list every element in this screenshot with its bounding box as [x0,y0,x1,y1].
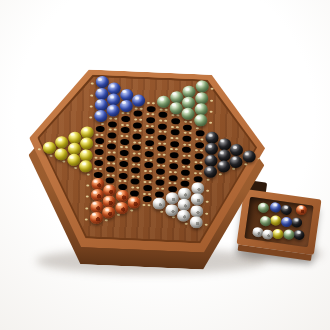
marble-red [90,189,104,202]
star-hole [106,166,115,172]
marble-blue [94,110,108,123]
marble-white [189,216,203,229]
star-hole [170,129,179,135]
star-hole [120,127,129,133]
star-hole [157,135,166,141]
star-hole [171,118,180,124]
star-hole [157,146,166,152]
board-rim [25,67,269,255]
marble-white [190,193,204,206]
marble-black [230,144,244,157]
star-hole [182,147,191,153]
star-hole [132,133,141,139]
star-hole [180,181,189,187]
star-hole [130,190,139,196]
star-hole [193,176,202,182]
star-hole [93,171,102,177]
marble-black [204,165,218,178]
marble-yellow [67,154,81,167]
star-hole [130,179,139,185]
star-hole [181,169,190,175]
marble-blue [119,100,133,113]
marble-yellow [79,160,93,173]
board-holes-layer [25,67,269,255]
marble-red [90,200,104,213]
marble-blue [106,105,120,118]
marble-yellow [55,136,69,149]
star-hole [182,136,191,142]
star-hole [121,116,130,122]
star-hole [156,157,165,163]
marble-white [177,210,191,223]
star-hole [158,112,167,118]
star-hole [106,155,115,161]
star-hole [195,142,204,148]
marble-red [102,206,116,219]
marble-white [165,192,179,205]
marble-blue [95,76,109,89]
star-hole [144,162,153,168]
star-hole [155,180,164,186]
star-hole [169,152,178,158]
star-hole [169,163,178,169]
star-hole [119,150,128,156]
star-hole [133,122,142,128]
star-hole [170,141,179,147]
star-hole [120,139,129,145]
star-hole [195,131,204,137]
marble-red [89,211,103,224]
star-hole [158,123,167,129]
marble-black [242,150,256,163]
star-hole [194,164,203,170]
star-hole [146,106,155,112]
marble-blue [132,94,146,107]
chinese-checkers-photo [0,0,330,330]
star-hole [181,158,190,164]
star-hole [131,156,140,162]
star-hole [108,121,117,127]
marble-white [190,204,204,217]
star-hole [146,117,155,123]
marble-green [181,108,195,121]
marble-green [169,102,183,115]
marble-yellow [42,141,56,154]
marble-red [115,201,129,214]
marble-black [205,143,219,156]
star-hole [156,168,165,174]
marble-yellow [54,148,68,161]
star-hole [168,186,177,192]
marble-blue [95,87,109,100]
star-hole [107,144,116,150]
star-hole [118,172,127,178]
star-hole [145,128,154,134]
marble-red [115,190,129,203]
marble-black [229,155,243,168]
star-hole [194,153,203,159]
star-hole [144,151,153,157]
star-hole [95,137,104,143]
marble-white [152,197,166,210]
star-hole [183,124,192,130]
marble-red [127,196,141,209]
marble-blue [120,88,134,101]
star-hole [105,177,114,183]
star-hole [133,111,142,117]
marble-white [178,187,192,200]
marble-green [193,114,207,127]
marble-green [169,90,183,103]
marble-green [194,92,208,105]
star-hole [119,161,128,167]
marble-green [157,96,171,109]
marble-white [165,203,179,216]
star-hole [94,160,103,166]
star-hole [95,126,104,132]
star-hole [168,175,177,181]
marble-green [195,80,209,93]
chinese-checkers-board [24,67,268,273]
star-hole [155,191,164,197]
star-hole [107,132,116,138]
star-hole [118,184,127,190]
star-hole [131,167,140,173]
star-hole [143,185,152,191]
marble-red [103,184,117,197]
star-hole [94,149,103,155]
star-hole [145,140,154,146]
marble-black [216,160,230,173]
marble-yellow [80,137,94,150]
star-hole [143,173,152,179]
star-hole [142,196,151,202]
star-hole [132,145,141,151]
